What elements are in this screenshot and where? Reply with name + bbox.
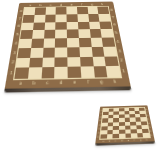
- coord-file-e: e: [68, 78, 82, 88]
- square-f6: [78, 21, 90, 29]
- square-f7: [77, 14, 88, 22]
- square-e4: [67, 38, 79, 47]
- square-c4: [43, 38, 55, 47]
- square-h3: [103, 46, 117, 56]
- chessboard-large: abcdefgh abcdefgh 87654321 87654321: [4, 2, 131, 93]
- square-d7: [56, 14, 67, 22]
- square-e7: [67, 14, 78, 22]
- square-b6: [33, 22, 45, 30]
- square-a2: [16, 57, 30, 68]
- square-b4: [31, 39, 44, 48]
- square-c6: [44, 22, 56, 30]
- square-b3: [30, 48, 43, 58]
- square-f2: [80, 56, 93, 66]
- square-a3: [17, 48, 31, 58]
- coord-file-d: d: [54, 78, 68, 88]
- square-d4: [55, 38, 67, 47]
- square-d5: [55, 30, 67, 39]
- coord-file-h: h: [108, 77, 123, 87]
- square-f5: [78, 29, 90, 38]
- square-h5: [101, 29, 114, 38]
- square-h1: [143, 133, 150, 138]
- square-c2: [42, 57, 55, 67]
- square-b1: [28, 67, 42, 78]
- square-f4: [79, 38, 92, 47]
- square-d6: [55, 22, 66, 30]
- square-h2: [105, 56, 119, 66]
- coord-file-g: g: [94, 77, 109, 87]
- square-e2: [67, 57, 80, 67]
- coord-file-f: f: [81, 78, 95, 88]
- chessboard-small: abcdefgh abcdefgh 87654321 87654321: [95, 105, 155, 145]
- square-b2: [29, 57, 43, 67]
- square-e6: [67, 22, 78, 30]
- board-border-frame: abcdefgh abcdefgh 87654321 87654321: [95, 105, 155, 143]
- square-e3: [67, 47, 80, 57]
- coord-file-b: b: [27, 78, 41, 88]
- square-c5: [44, 30, 56, 39]
- coord-file-c: c: [40, 78, 54, 88]
- square-d2: [55, 57, 68, 67]
- square-a5: [20, 30, 33, 39]
- square-f1: [80, 67, 94, 78]
- square-h4: [102, 37, 115, 46]
- square-c3: [42, 47, 55, 57]
- square-f3: [79, 47, 92, 57]
- square-c1: [41, 67, 55, 78]
- square-c7: [45, 14, 56, 22]
- playing-area: [100, 108, 149, 139]
- square-a6: [21, 22, 33, 30]
- square-e5: [67, 30, 79, 39]
- square-d1: [54, 67, 67, 78]
- board-border-frame: abcdefgh abcdefgh 87654321 87654321: [5, 2, 131, 89]
- square-h1: [106, 66, 121, 77]
- square-d3: [55, 47, 67, 57]
- square-e1: [68, 67, 82, 78]
- square-a1: [14, 68, 29, 79]
- playing-area: [14, 7, 121, 79]
- square-b5: [32, 30, 44, 39]
- coord-file-a: a: [13, 79, 28, 89]
- square-a4: [19, 39, 32, 48]
- square-h6: [100, 21, 112, 29]
- square-h7: [99, 14, 111, 22]
